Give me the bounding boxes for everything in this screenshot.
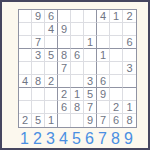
cell-r4c5[interactable]: 6	[71, 49, 84, 62]
cell-r7c4[interactable]: 2	[58, 88, 71, 101]
cell-r9c9[interactable]: 8	[123, 114, 136, 127]
sudoku-app: { "game": "sudoku", "position": "0960004…	[0, 0, 150, 150]
cell-r9c5[interactable]	[71, 114, 84, 127]
cell-r2c7[interactable]	[97, 23, 110, 36]
cell-r6c8[interactable]	[110, 75, 123, 88]
cell-r7c2[interactable]	[32, 88, 45, 101]
cell-r2c1[interactable]	[19, 23, 32, 36]
cell-r5c1[interactable]	[19, 62, 32, 75]
cell-r3c1[interactable]	[19, 36, 32, 49]
cell-r5c7[interactable]	[97, 62, 110, 75]
cell-r6c7[interactable]: 6	[97, 75, 110, 88]
palette-digit-6[interactable]: 6	[83, 131, 96, 147]
cell-r5c2[interactable]	[32, 62, 45, 75]
cell-r4c2[interactable]: 3	[32, 49, 45, 62]
cell-r3c3[interactable]	[45, 36, 58, 49]
cell-r1c3[interactable]: 6	[45, 10, 58, 23]
palette-digit-9[interactable]: 9	[122, 131, 135, 147]
cell-r9c7[interactable]: 7	[97, 114, 110, 127]
cell-r9c4[interactable]	[58, 114, 71, 127]
cell-r2c4[interactable]: 9	[58, 23, 71, 36]
palette-digit-5[interactable]: 5	[70, 131, 83, 147]
cell-r3c2[interactable]: 7	[32, 36, 45, 49]
cell-r7c7[interactable]: 9	[97, 88, 110, 101]
cell-r4c3[interactable]: 5	[45, 49, 58, 62]
cell-r6c9[interactable]	[123, 75, 136, 88]
cell-r7c9[interactable]	[123, 88, 136, 101]
palette-digit-4[interactable]: 4	[57, 131, 70, 147]
cell-r8c2[interactable]	[32, 101, 45, 114]
cell-r3c6[interactable]: 1	[84, 36, 97, 49]
cell-r9c3[interactable]: 1	[45, 114, 58, 127]
cell-r2c5[interactable]	[71, 23, 84, 36]
cell-r2c2[interactable]	[32, 23, 45, 36]
cell-r2c8[interactable]	[110, 23, 123, 36]
cell-r7c6[interactable]: 5	[84, 88, 97, 101]
cell-r2c3[interactable]: 4	[45, 23, 58, 36]
cell-r4c7[interactable]: 1	[97, 49, 110, 62]
cell-r7c5[interactable]: 1	[71, 88, 84, 101]
cell-r8c3[interactable]	[45, 101, 58, 114]
cell-r7c3[interactable]	[45, 88, 58, 101]
cell-r7c1[interactable]	[19, 88, 32, 101]
palette-digit-8[interactable]: 8	[109, 131, 122, 147]
cell-r5c8[interactable]	[110, 62, 123, 75]
cell-r3c7[interactable]	[97, 36, 110, 49]
palette-digit-2[interactable]: 2	[31, 131, 44, 147]
palette-digit-3[interactable]: 3	[44, 131, 57, 147]
cell-r9c8[interactable]: 6	[110, 114, 123, 127]
cell-r7c8[interactable]	[110, 88, 123, 101]
cell-r6c6[interactable]: 3	[84, 75, 97, 88]
cell-r6c1[interactable]: 4	[19, 75, 32, 88]
cell-r9c2[interactable]: 5	[32, 114, 45, 127]
cell-r4c4[interactable]: 8	[58, 49, 71, 62]
cell-r6c4[interactable]	[58, 75, 71, 88]
cell-r9c1[interactable]: 2	[19, 114, 32, 127]
cell-r3c5[interactable]	[71, 36, 84, 49]
cell-r1c9[interactable]: 2	[123, 10, 136, 23]
cell-r3c8[interactable]	[110, 36, 123, 49]
cell-r8c5[interactable]: 8	[71, 101, 84, 114]
cell-r8c8[interactable]: 2	[110, 101, 123, 114]
cell-r5c3[interactable]	[45, 62, 58, 75]
cell-r8c4[interactable]: 6	[58, 101, 71, 114]
cell-r8c9[interactable]: 1	[123, 101, 136, 114]
number-palette: 123456789	[18, 130, 135, 148]
cell-r1c7[interactable]: 4	[97, 10, 110, 23]
palette-digit-1[interactable]: 1	[18, 131, 31, 147]
cell-r1c5[interactable]	[71, 10, 84, 23]
cell-r1c2[interactable]: 9	[32, 10, 45, 23]
cell-r4c6[interactable]	[84, 49, 97, 62]
cell-r4c8[interactable]	[110, 49, 123, 62]
cell-r1c1[interactable]	[19, 10, 32, 23]
cell-r6c2[interactable]: 8	[32, 75, 45, 88]
cell-r2c9[interactable]	[123, 23, 136, 36]
cell-r8c7[interactable]	[97, 101, 110, 114]
cell-r5c4[interactable]: 7	[58, 62, 71, 75]
cell-r1c4[interactable]	[58, 10, 71, 23]
palette-digit-7[interactable]: 7	[96, 131, 109, 147]
cell-r4c1[interactable]	[19, 49, 32, 62]
cell-r6c3[interactable]: 2	[45, 75, 58, 88]
cell-r5c5[interactable]	[71, 62, 84, 75]
cell-r8c1[interactable]	[19, 101, 32, 114]
cell-r3c4[interactable]	[58, 36, 71, 49]
cell-r5c6[interactable]	[84, 62, 97, 75]
cell-r4c9[interactable]	[123, 49, 136, 62]
cell-r8c6[interactable]: 7	[84, 101, 97, 114]
cell-r1c8[interactable]: 1	[110, 10, 123, 23]
cell-r6c5[interactable]	[71, 75, 84, 88]
cell-r5c9[interactable]: 3	[123, 62, 136, 75]
cell-r1c6[interactable]	[84, 10, 97, 23]
cell-r9c6[interactable]: 9	[84, 114, 97, 127]
cell-r3c9[interactable]: 6	[123, 36, 136, 49]
cell-r2c6[interactable]	[84, 23, 97, 36]
sudoku-board: 96412497163586173482362159687212519768	[18, 9, 137, 128]
